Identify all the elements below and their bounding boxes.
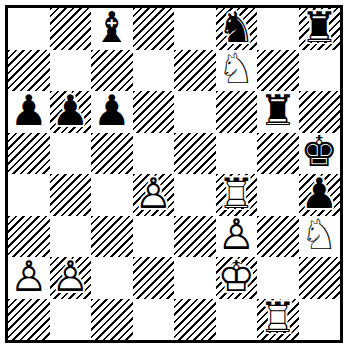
black-rook-glyph: ♜ <box>259 90 297 132</box>
white-knight-glyph: ♘ <box>300 214 338 256</box>
square-f2[interactable]: ♚♔ <box>216 257 258 299</box>
white-rook-silhouette: ♜ <box>259 297 297 339</box>
square-c5[interactable] <box>91 133 133 175</box>
square-h3[interactable]: ♞♘ <box>299 216 341 258</box>
black-bishop-silhouette: ♝ <box>93 7 131 49</box>
square-c4[interactable] <box>91 174 133 216</box>
square-a1[interactable] <box>8 299 50 341</box>
black-knight-glyph: ♞ <box>217 7 255 49</box>
square-a6[interactable]: ♟♟ <box>8 91 50 133</box>
chess-diagram-page: ♝♝♞♞♜♜♞♘♟♟♟♟♟♟♜♜♚♚♟♙♜♖♟♟♟♙♞♘♟♙♟♙♚♔♜♖ <box>0 0 350 350</box>
square-h8[interactable]: ♜♜ <box>299 8 341 50</box>
square-e2[interactable] <box>174 257 216 299</box>
piece-white-pawn: ♟♙ <box>8 257 50 299</box>
square-f8[interactable]: ♞♞ <box>216 8 258 50</box>
white-knight-glyph: ♘ <box>217 48 255 90</box>
black-rook-glyph: ♜ <box>300 7 338 49</box>
square-e5[interactable] <box>174 133 216 175</box>
square-d8[interactable] <box>133 8 175 50</box>
square-g6[interactable]: ♜♜ <box>257 91 299 133</box>
black-king-glyph: ♚ <box>300 131 338 173</box>
white-king-glyph: ♔ <box>217 256 255 298</box>
square-e1[interactable] <box>174 299 216 341</box>
white-pawn-silhouette: ♟ <box>217 214 255 256</box>
square-a7[interactable] <box>8 50 50 92</box>
square-b5[interactable] <box>50 133 92 175</box>
square-e8[interactable] <box>174 8 216 50</box>
black-pawn-silhouette: ♟ <box>300 173 338 215</box>
square-a4[interactable] <box>8 174 50 216</box>
black-pawn-glyph: ♟ <box>10 90 48 132</box>
black-knight-silhouette: ♞ <box>217 7 255 49</box>
black-pawn-glyph: ♟ <box>93 90 131 132</box>
square-d6[interactable] <box>133 91 175 133</box>
square-b1[interactable] <box>50 299 92 341</box>
piece-black-pawn: ♟♟ <box>91 91 133 133</box>
chess-board-frame: ♝♝♞♞♜♜♞♘♟♟♟♟♟♟♜♜♚♚♟♙♜♖♟♟♟♙♞♘♟♙♟♙♚♔♜♖ <box>5 5 343 343</box>
square-f6[interactable] <box>216 91 258 133</box>
piece-white-knight: ♞♘ <box>299 216 341 258</box>
square-g1[interactable]: ♜♖ <box>257 299 299 341</box>
square-c8[interactable]: ♝♝ <box>91 8 133 50</box>
white-rook-glyph: ♖ <box>217 173 255 215</box>
square-b2[interactable]: ♟♙ <box>50 257 92 299</box>
piece-black-knight: ♞♞ <box>216 8 258 50</box>
square-c6[interactable]: ♟♟ <box>91 91 133 133</box>
piece-white-king: ♚♔ <box>216 257 258 299</box>
square-b8[interactable] <box>50 8 92 50</box>
square-d3[interactable] <box>133 216 175 258</box>
square-d2[interactable] <box>133 257 175 299</box>
white-rook-glyph: ♖ <box>259 297 297 339</box>
white-rook-silhouette: ♜ <box>217 173 255 215</box>
black-pawn-glyph: ♟ <box>300 173 338 215</box>
square-b3[interactable] <box>50 216 92 258</box>
white-pawn-silhouette: ♟ <box>51 256 89 298</box>
square-f7[interactable]: ♞♘ <box>216 50 258 92</box>
black-pawn-silhouette: ♟ <box>10 90 48 132</box>
piece-white-pawn: ♟♙ <box>216 216 258 258</box>
black-rook-silhouette: ♜ <box>300 7 338 49</box>
piece-black-pawn: ♟♟ <box>8 91 50 133</box>
piece-black-rook: ♜♜ <box>299 8 341 50</box>
square-d7[interactable] <box>133 50 175 92</box>
white-pawn-silhouette: ♟ <box>10 256 48 298</box>
square-g4[interactable] <box>257 174 299 216</box>
piece-white-knight: ♞♘ <box>216 50 258 92</box>
white-pawn-glyph: ♙ <box>217 214 255 256</box>
square-b7[interactable] <box>50 50 92 92</box>
square-g7[interactable] <box>257 50 299 92</box>
piece-white-rook: ♜♖ <box>216 174 258 216</box>
square-d4[interactable]: ♟♙ <box>133 174 175 216</box>
piece-black-pawn: ♟♟ <box>50 91 92 133</box>
square-b4[interactable] <box>50 174 92 216</box>
piece-white-pawn: ♟♙ <box>133 174 175 216</box>
square-h6[interactable] <box>299 91 341 133</box>
square-f3[interactable]: ♟♙ <box>216 216 258 258</box>
chess-board: ♝♝♞♞♜♜♞♘♟♟♟♟♟♟♜♜♚♚♟♙♜♖♟♟♟♙♞♘♟♙♟♙♚♔♜♖ <box>8 8 340 340</box>
square-d5[interactable] <box>133 133 175 175</box>
square-g5[interactable] <box>257 133 299 175</box>
square-b6[interactable]: ♟♟ <box>50 91 92 133</box>
white-pawn-silhouette: ♟ <box>134 173 172 215</box>
square-h5[interactable]: ♚♚ <box>299 133 341 175</box>
black-pawn-glyph: ♟ <box>51 90 89 132</box>
square-d1[interactable] <box>133 299 175 341</box>
square-c7[interactable] <box>91 50 133 92</box>
square-c3[interactable] <box>91 216 133 258</box>
square-h7[interactable] <box>299 50 341 92</box>
black-king-silhouette: ♚ <box>300 131 338 173</box>
square-c2[interactable] <box>91 257 133 299</box>
square-e6[interactable] <box>174 91 216 133</box>
piece-white-pawn: ♟♙ <box>50 257 92 299</box>
piece-black-king: ♚♚ <box>299 133 341 175</box>
square-f4[interactable]: ♜♖ <box>216 174 258 216</box>
square-h2[interactable] <box>299 257 341 299</box>
square-e3[interactable] <box>174 216 216 258</box>
square-a8[interactable] <box>8 8 50 50</box>
square-g2[interactable] <box>257 257 299 299</box>
white-pawn-glyph: ♙ <box>51 256 89 298</box>
black-rook-silhouette: ♜ <box>259 90 297 132</box>
square-c1[interactable] <box>91 299 133 341</box>
square-e7[interactable] <box>174 50 216 92</box>
white-pawn-glyph: ♙ <box>10 256 48 298</box>
white-knight-silhouette: ♞ <box>217 48 255 90</box>
piece-black-rook: ♜♜ <box>257 91 299 133</box>
black-pawn-silhouette: ♟ <box>93 90 131 132</box>
square-a5[interactable] <box>8 133 50 175</box>
square-a2[interactable]: ♟♙ <box>8 257 50 299</box>
square-g8[interactable] <box>257 8 299 50</box>
white-pawn-glyph: ♙ <box>134 173 172 215</box>
square-e4[interactable] <box>174 174 216 216</box>
square-h4[interactable]: ♟♟ <box>299 174 341 216</box>
square-f1[interactable] <box>216 299 258 341</box>
square-a3[interactable] <box>8 216 50 258</box>
white-king-silhouette: ♚ <box>217 256 255 298</box>
black-bishop-glyph: ♝ <box>93 7 131 49</box>
square-f5[interactable] <box>216 133 258 175</box>
white-knight-silhouette: ♞ <box>300 214 338 256</box>
piece-black-bishop: ♝♝ <box>91 8 133 50</box>
square-g3[interactable] <box>257 216 299 258</box>
square-h1[interactable] <box>299 299 341 341</box>
piece-black-pawn: ♟♟ <box>299 174 341 216</box>
black-pawn-silhouette: ♟ <box>51 90 89 132</box>
piece-white-rook: ♜♖ <box>257 299 299 341</box>
